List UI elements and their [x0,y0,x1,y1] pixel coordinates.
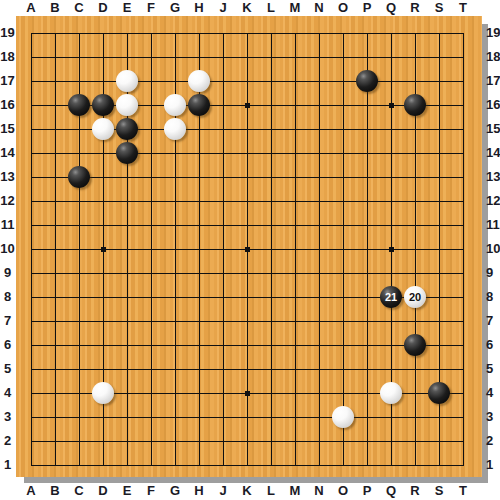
stone-black[interactable] [428,382,450,404]
col-label: K [235,483,259,499]
row-label: 9 [486,265,500,281]
col-label: S [427,483,451,499]
col-label: N [307,0,331,16]
col-label: H [187,483,211,499]
col-label: P [355,483,379,499]
col-label: M [283,0,307,16]
col-label: L [259,0,283,16]
row-label: 7 [0,313,15,329]
row-label: 13 [486,169,500,185]
row-label: 11 [486,217,500,233]
stone-black[interactable] [188,94,210,116]
row-label: 10 [0,241,15,257]
col-label: S [427,0,451,16]
stone-black[interactable] [68,94,90,116]
stone-white[interactable] [164,94,186,116]
col-label: C [67,483,91,499]
stone-black[interactable] [404,334,426,356]
row-label: 1 [0,457,15,473]
row-label: 6 [0,337,15,353]
col-label: G [163,483,187,499]
stone-black[interactable] [356,70,378,92]
row-label: 6 [486,337,500,353]
row-label: 16 [486,97,500,113]
row-label: 13 [0,169,15,185]
row-label: 1 [486,457,500,473]
row-label: 17 [486,73,500,89]
stone-white[interactable] [164,118,186,140]
col-label: B [43,0,67,16]
col-label: E [115,0,139,16]
stone-white-move-20[interactable]: 20 [404,286,426,308]
stones-layer[interactable]: 2120 [19,21,475,477]
row-label: 3 [0,409,15,425]
col-label: O [331,483,355,499]
col-label: Q [379,483,403,499]
col-label: T [451,0,475,16]
row-label: 11 [0,217,15,233]
col-label: T [451,483,475,499]
stone-black[interactable] [116,142,138,164]
stone-white[interactable] [116,94,138,116]
col-label: R [403,483,427,499]
row-label: 5 [486,361,500,377]
col-label: A [19,0,43,16]
row-label: 19 [0,25,15,41]
row-label: 17 [0,73,15,89]
row-label: 8 [486,289,500,305]
row-label: 16 [0,97,15,113]
col-label: K [235,0,259,16]
col-label: G [163,0,187,16]
col-label: B [43,483,67,499]
col-label: H [187,0,211,16]
stone-black[interactable] [68,166,90,188]
row-label: 9 [0,265,15,281]
stone-white[interactable] [92,382,114,404]
stone-white[interactable] [92,118,114,140]
stone-white[interactable] [188,70,210,92]
stone-black[interactable] [404,94,426,116]
col-label: O [331,0,355,16]
col-label: C [67,0,91,16]
col-label: L [259,483,283,499]
col-label: D [91,0,115,16]
row-label: 19 [486,25,500,41]
col-label: F [139,0,163,16]
col-label: J [211,483,235,499]
row-label: 8 [0,289,15,305]
row-label: 7 [486,313,500,329]
row-label: 15 [0,121,15,137]
row-label: 12 [486,193,500,209]
col-label: N [307,483,331,499]
row-label: 18 [0,49,15,65]
col-label: M [283,483,307,499]
stone-white[interactable] [332,406,354,428]
row-label: 2 [0,433,15,449]
go-board-screenshot: ABCDEFGHJKLMNOPQRST ABCDEFGHJKLMNOPQRST … [0,0,500,500]
stone-black-move-21[interactable]: 21 [380,286,402,308]
row-label: 4 [0,385,15,401]
col-label: P [355,0,379,16]
row-label: 2 [486,433,500,449]
col-label: J [211,0,235,16]
stone-white[interactable] [380,382,402,404]
col-label: A [19,483,43,499]
col-label: E [115,483,139,499]
row-label: 14 [0,145,15,161]
stone-black[interactable] [92,94,114,116]
row-label: 4 [486,385,500,401]
col-label: D [91,483,115,499]
row-label: 15 [486,121,500,137]
col-label: Q [379,0,403,16]
stone-white[interactable] [116,70,138,92]
stone-black[interactable] [116,118,138,140]
row-label: 14 [486,145,500,161]
col-label: F [139,483,163,499]
row-label: 5 [0,361,15,377]
row-label: 12 [0,193,15,209]
row-label: 18 [486,49,500,65]
row-label: 10 [486,241,500,257]
row-label: 3 [486,409,500,425]
col-label: R [403,0,427,16]
